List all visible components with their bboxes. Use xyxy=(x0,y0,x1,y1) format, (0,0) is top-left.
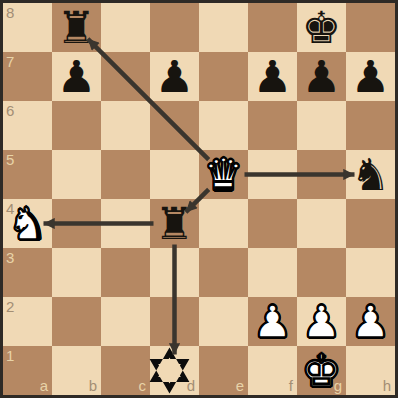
square-h1[interactable]: h xyxy=(346,346,395,395)
square-b8[interactable]: ♜ xyxy=(52,3,101,52)
white-king[interactable]: ♚ xyxy=(297,346,346,395)
square-f7[interactable]: ♟ xyxy=(248,52,297,101)
square-c1[interactable]: c xyxy=(101,346,150,395)
square-e3[interactable] xyxy=(199,248,248,297)
square-c8[interactable] xyxy=(101,3,150,52)
square-h7[interactable]: ♟ xyxy=(346,52,395,101)
square-e1[interactable]: e xyxy=(199,346,248,395)
white-knight[interactable]: ♞ xyxy=(3,199,52,248)
file-label-e: e xyxy=(236,378,244,393)
rank-label-5: 5 xyxy=(6,152,14,167)
file-label-d: d xyxy=(187,378,195,393)
square-c4[interactable] xyxy=(101,199,150,248)
square-f4[interactable] xyxy=(248,199,297,248)
square-e7[interactable] xyxy=(199,52,248,101)
square-a4[interactable]: 4♞ xyxy=(3,199,52,248)
file-label-c: c xyxy=(139,378,147,393)
square-h5[interactable]: ♞ xyxy=(346,150,395,199)
square-a3[interactable]: 3 xyxy=(3,248,52,297)
black-pawn[interactable]: ♟ xyxy=(297,52,346,101)
square-c6[interactable] xyxy=(101,101,150,150)
rank-label-3: 3 xyxy=(6,250,14,265)
white-pawn[interactable]: ♟ xyxy=(297,297,346,346)
square-h8[interactable] xyxy=(346,3,395,52)
file-label-h: h xyxy=(383,378,391,393)
square-f8[interactable] xyxy=(248,3,297,52)
square-g4[interactable] xyxy=(297,199,346,248)
file-label-b: b xyxy=(89,378,97,393)
square-g7[interactable]: ♟ xyxy=(297,52,346,101)
square-h6[interactable] xyxy=(346,101,395,150)
square-a5[interactable]: 5 xyxy=(3,150,52,199)
square-d6[interactable] xyxy=(150,101,199,150)
black-pawn[interactable]: ♟ xyxy=(150,52,199,101)
square-g2[interactable]: ♟ xyxy=(297,297,346,346)
square-a8[interactable]: 8 xyxy=(3,3,52,52)
square-b7[interactable]: ♟ xyxy=(52,52,101,101)
square-d4[interactable]: ♜ xyxy=(150,199,199,248)
white-pawn[interactable]: ♟ xyxy=(248,297,297,346)
black-rook[interactable]: ♜ xyxy=(150,199,199,248)
square-a1[interactable]: 1a xyxy=(3,346,52,395)
square-b4[interactable] xyxy=(52,199,101,248)
square-a2[interactable]: 2 xyxy=(3,297,52,346)
square-g5[interactable] xyxy=(297,150,346,199)
square-c3[interactable] xyxy=(101,248,150,297)
rank-label-2: 2 xyxy=(6,299,14,314)
board-squares: 8♜♚7♟♟♟♟♟65♛♞4♞♜32♟♟♟1abcdefg♚h xyxy=(3,3,395,395)
square-f5[interactable] xyxy=(248,150,297,199)
square-e6[interactable] xyxy=(199,101,248,150)
square-d7[interactable]: ♟ xyxy=(150,52,199,101)
square-b5[interactable] xyxy=(52,150,101,199)
square-d2[interactable] xyxy=(150,297,199,346)
square-b6[interactable] xyxy=(52,101,101,150)
square-f6[interactable] xyxy=(248,101,297,150)
square-c5[interactable] xyxy=(101,150,150,199)
square-c2[interactable] xyxy=(101,297,150,346)
square-a7[interactable]: 7 xyxy=(3,52,52,101)
square-f2[interactable]: ♟ xyxy=(248,297,297,346)
black-rook[interactable]: ♜ xyxy=(52,3,101,52)
square-g6[interactable] xyxy=(297,101,346,150)
square-b3[interactable] xyxy=(52,248,101,297)
square-h3[interactable] xyxy=(346,248,395,297)
square-h2[interactable]: ♟ xyxy=(346,297,395,346)
black-king[interactable]: ♚ xyxy=(297,3,346,52)
chess-board: 8♜♚7♟♟♟♟♟65♛♞4♞♜32♟♟♟1abcdefg♚h xyxy=(0,0,398,398)
rank-label-1: 1 xyxy=(6,348,14,363)
black-pawn[interactable]: ♟ xyxy=(52,52,101,101)
square-d8[interactable] xyxy=(150,3,199,52)
rank-label-7: 7 xyxy=(6,54,14,69)
square-g8[interactable]: ♚ xyxy=(297,3,346,52)
square-e5[interactable]: ♛ xyxy=(199,150,248,199)
square-f3[interactable] xyxy=(248,248,297,297)
black-pawn[interactable]: ♟ xyxy=(346,52,395,101)
file-label-a: a xyxy=(40,378,48,393)
file-label-f: f xyxy=(289,378,293,393)
black-pawn[interactable]: ♟ xyxy=(248,52,297,101)
square-g1[interactable]: g♚ xyxy=(297,346,346,395)
square-d5[interactable] xyxy=(150,150,199,199)
square-b1[interactable]: b xyxy=(52,346,101,395)
square-e2[interactable] xyxy=(199,297,248,346)
rank-label-8: 8 xyxy=(6,5,14,20)
black-knight[interactable]: ♞ xyxy=(346,150,395,199)
square-e4[interactable] xyxy=(199,199,248,248)
white-pawn[interactable]: ♟ xyxy=(346,297,395,346)
square-d3[interactable] xyxy=(150,248,199,297)
square-a6[interactable]: 6 xyxy=(3,101,52,150)
white-queen[interactable]: ♛ xyxy=(199,150,248,199)
square-c7[interactable] xyxy=(101,52,150,101)
square-b2[interactable] xyxy=(52,297,101,346)
square-e8[interactable] xyxy=(199,3,248,52)
rank-label-6: 6 xyxy=(6,103,14,118)
square-f1[interactable]: f xyxy=(248,346,297,395)
square-g3[interactable] xyxy=(297,248,346,297)
square-d1[interactable]: d xyxy=(150,346,199,395)
square-h4[interactable] xyxy=(346,199,395,248)
